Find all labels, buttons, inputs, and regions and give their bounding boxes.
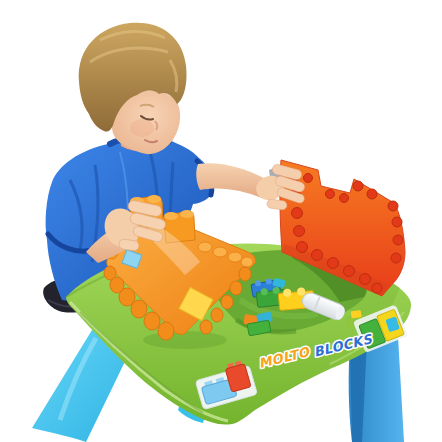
photo-canvas: MOLTOBLOCKS [0,0,442,442]
product-photo: MOLTOBLOCKS [0,0,442,442]
cheek [130,119,154,137]
